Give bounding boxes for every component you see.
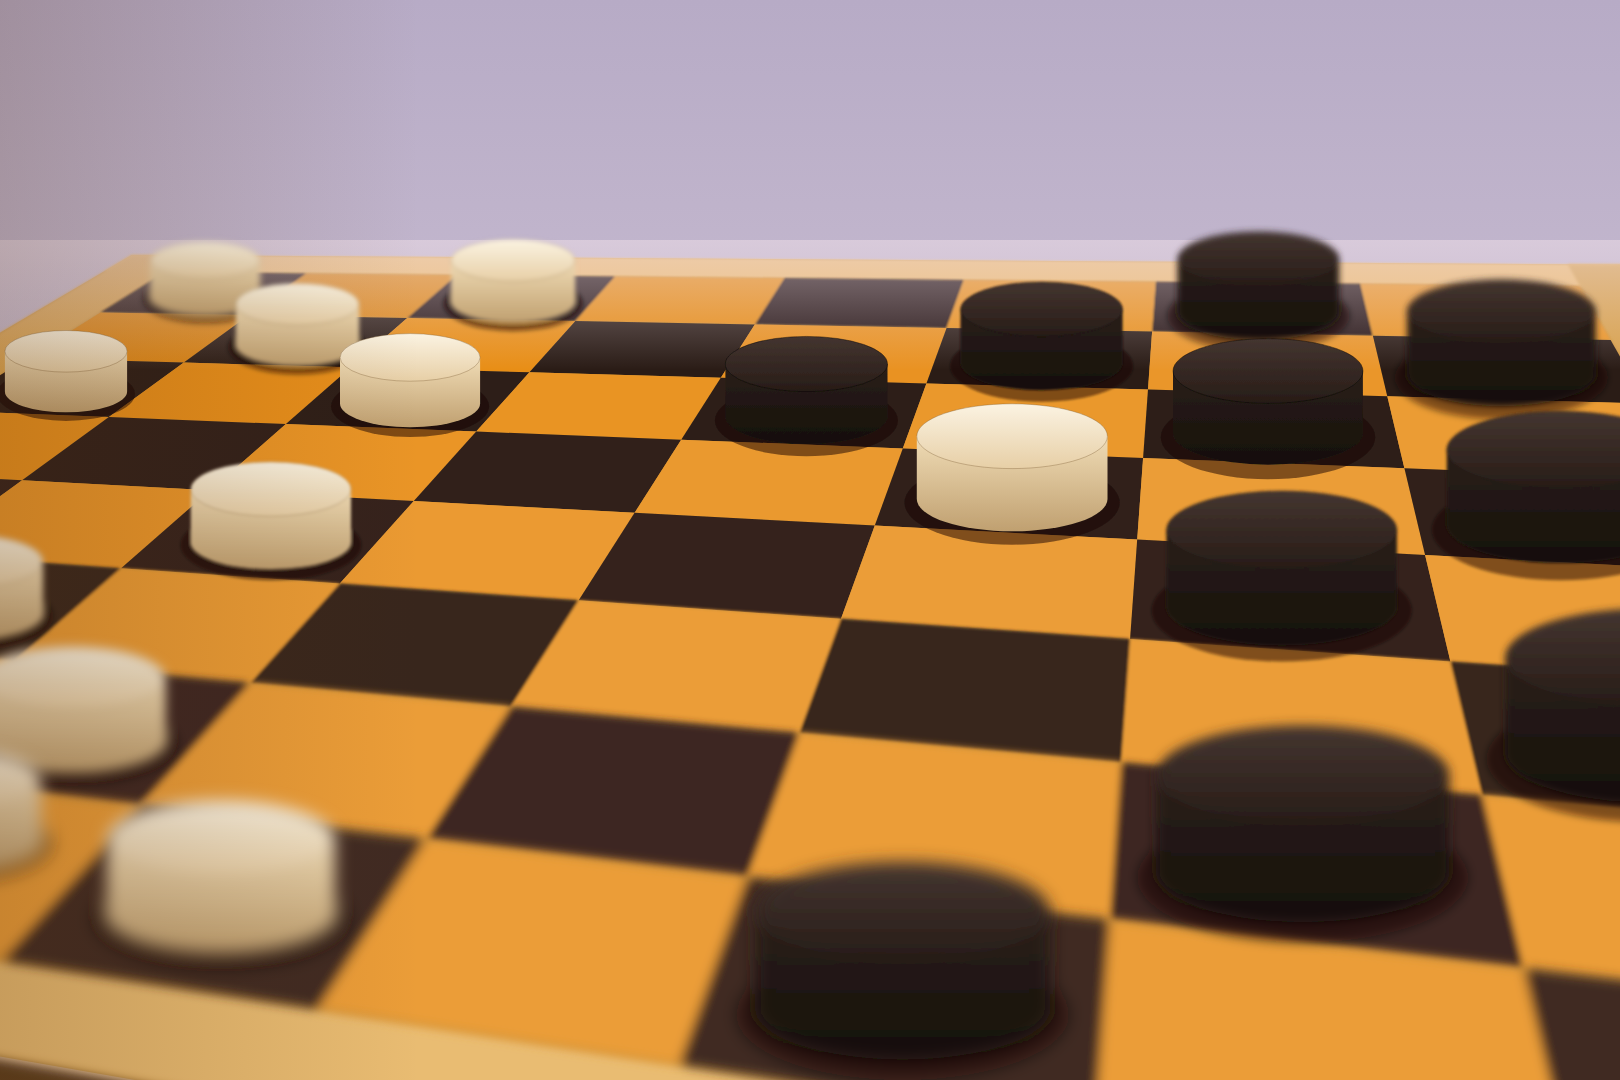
piece-black-g2[interactable] bbox=[1137, 726, 1468, 943]
piece-top bbox=[755, 862, 1050, 962]
piece-top bbox=[917, 404, 1108, 469]
piece-black-f7[interactable] bbox=[950, 282, 1133, 402]
piece-top bbox=[1173, 339, 1363, 404]
piece-black-h7[interactable] bbox=[1395, 280, 1608, 420]
piece-top bbox=[1407, 280, 1596, 344]
piece-black-g4[interactable] bbox=[1152, 491, 1412, 661]
checkers-board-photo bbox=[0, 0, 1620, 1080]
piece-black-h5[interactable] bbox=[1432, 411, 1620, 580]
piece-black-g6[interactable] bbox=[1161, 339, 1376, 480]
piece-black-g8[interactable] bbox=[1167, 232, 1349, 351]
piece-white-c8[interactable] bbox=[443, 239, 583, 331]
piece-top bbox=[451, 239, 575, 281]
left-vignette bbox=[0, 0, 420, 1080]
piece-top bbox=[961, 282, 1123, 337]
piece-white-f5[interactable] bbox=[904, 404, 1119, 545]
piece-black-f1[interactable] bbox=[736, 862, 1069, 1080]
piece-top bbox=[725, 336, 887, 391]
piece-top bbox=[1178, 232, 1339, 287]
checkers-photo bbox=[0, 0, 1620, 1080]
piece-top bbox=[1156, 726, 1449, 826]
piece-black-e6[interactable] bbox=[715, 336, 898, 456]
piece-top bbox=[1167, 491, 1397, 569]
